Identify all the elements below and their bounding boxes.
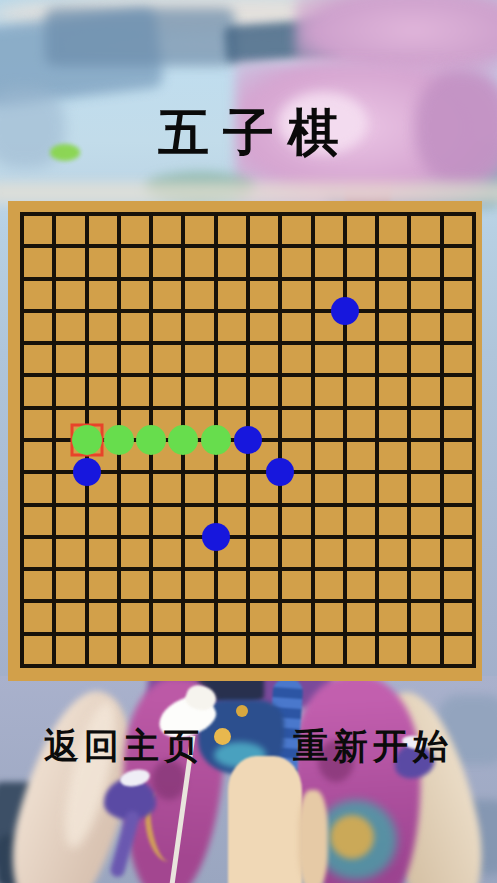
board-cell[interactable]: [121, 281, 149, 309]
board-cell[interactable]: [282, 248, 310, 276]
board-cell[interactable]: [282, 636, 310, 664]
board-cell[interactable]: [56, 571, 84, 599]
board-cell[interactable]: [411, 507, 439, 535]
board-cell[interactable]: [411, 571, 439, 599]
board-cell[interactable]: [411, 539, 439, 567]
board-cell[interactable]: [282, 281, 310, 309]
board-cell[interactable]: [315, 377, 343, 405]
board-cell[interactable]: [121, 474, 149, 502]
board-cell[interactable]: [379, 603, 407, 631]
board-cell[interactable]: [379, 442, 407, 470]
board-cell[interactable]: [153, 345, 181, 373]
board-cell[interactable]: [444, 248, 472, 276]
board-cell[interactable]: [250, 474, 278, 502]
board-cell[interactable]: [218, 442, 246, 470]
board-cell[interactable]: [250, 345, 278, 373]
board-cell[interactable]: [185, 313, 213, 341]
board-cell[interactable]: [89, 281, 117, 309]
board-cell[interactable]: [347, 410, 375, 438]
board-cell[interactable]: [24, 603, 52, 631]
board-cell[interactable]: [411, 345, 439, 373]
board-cell[interactable]: [24, 377, 52, 405]
board-cell[interactable]: [250, 313, 278, 341]
board-cell[interactable]: [282, 507, 310, 535]
board-cell[interactable]: [153, 281, 181, 309]
board-cell[interactable]: [315, 281, 343, 309]
board-cell[interactable]: [282, 474, 310, 502]
board-cell[interactable]: [250, 636, 278, 664]
board-cell[interactable]: [56, 281, 84, 309]
board-cell[interactable]: [411, 313, 439, 341]
board-cell[interactable]: [218, 313, 246, 341]
board-cell[interactable]: [282, 345, 310, 373]
board-cell[interactable]: [153, 216, 181, 244]
board-cell[interactable]: [24, 571, 52, 599]
board-cell[interactable]: [121, 539, 149, 567]
board-cell[interactable]: [315, 474, 343, 502]
board-cell[interactable]: [282, 603, 310, 631]
home-button[interactable]: 返回主页: [44, 726, 204, 766]
board-cell[interactable]: [153, 636, 181, 664]
board-cell[interactable]: [185, 281, 213, 309]
board-grid[interactable]: [20, 212, 476, 668]
board-cell[interactable]: [185, 474, 213, 502]
board-cell[interactable]: [379, 345, 407, 373]
board-cell[interactable]: [282, 539, 310, 567]
board-cell[interactable]: [315, 442, 343, 470]
board-cell[interactable]: [347, 507, 375, 535]
board-cell[interactable]: [315, 216, 343, 244]
board-cell[interactable]: [121, 313, 149, 341]
board-cell[interactable]: [444, 281, 472, 309]
board-cell[interactable]: [56, 313, 84, 341]
board-cell[interactable]: [444, 442, 472, 470]
board-cell[interactable]: [282, 571, 310, 599]
board-cell[interactable]: [153, 474, 181, 502]
board-cell[interactable]: [24, 345, 52, 373]
board-cell[interactable]: [185, 603, 213, 631]
board-cell[interactable]: [347, 248, 375, 276]
board-cell[interactable]: [89, 636, 117, 664]
board-cell[interactable]: [121, 377, 149, 405]
board-cell[interactable]: [24, 248, 52, 276]
board-cell[interactable]: [315, 571, 343, 599]
board-cell[interactable]: [444, 603, 472, 631]
board-cell[interactable]: [347, 281, 375, 309]
board-cell[interactable]: [250, 216, 278, 244]
board-cell[interactable]: [379, 539, 407, 567]
board-cell[interactable]: [89, 313, 117, 341]
board-cell[interactable]: [282, 377, 310, 405]
board-cell[interactable]: [185, 345, 213, 373]
board-cell[interactable]: [56, 603, 84, 631]
board-cell[interactable]: [218, 216, 246, 244]
board-cell[interactable]: [24, 281, 52, 309]
board-cell[interactable]: [89, 345, 117, 373]
board-cell[interactable]: [121, 603, 149, 631]
board-cell[interactable]: [185, 539, 213, 567]
board-cell[interactable]: [218, 410, 246, 438]
board-cell[interactable]: [121, 216, 149, 244]
board-cell[interactable]: [347, 636, 375, 664]
board-cell[interactable]: [315, 603, 343, 631]
board-cell[interactable]: [444, 474, 472, 502]
board-cell[interactable]: [218, 603, 246, 631]
board-cell[interactable]: [218, 474, 246, 502]
board-cell[interactable]: [121, 507, 149, 535]
board-cell[interactable]: [56, 507, 84, 535]
board-cell[interactable]: [411, 216, 439, 244]
board-cell[interactable]: [185, 507, 213, 535]
board-cell[interactable]: [444, 571, 472, 599]
gomoku-board[interactable]: [8, 201, 482, 681]
board-cell[interactable]: [24, 636, 52, 664]
board-cell[interactable]: [411, 603, 439, 631]
board-cell[interactable]: [89, 377, 117, 405]
board-cell[interactable]: [379, 571, 407, 599]
board-cell[interactable]: [56, 474, 84, 502]
board-cell[interactable]: [250, 603, 278, 631]
board-cell[interactable]: [379, 248, 407, 276]
board-cell[interactable]: [89, 603, 117, 631]
board-cell[interactable]: [347, 603, 375, 631]
board-cell[interactable]: [347, 442, 375, 470]
board-cell[interactable]: [218, 571, 246, 599]
board-cell[interactable]: [315, 636, 343, 664]
board-cell[interactable]: [250, 539, 278, 567]
board-cell[interactable]: [411, 474, 439, 502]
board-cell[interactable]: [347, 539, 375, 567]
restart-button[interactable]: 重新开始: [293, 726, 453, 766]
board-cell[interactable]: [89, 442, 117, 470]
board-cell[interactable]: [218, 248, 246, 276]
board-cell[interactable]: [185, 410, 213, 438]
board-cell[interactable]: [315, 345, 343, 373]
board-cell[interactable]: [153, 313, 181, 341]
board-cell[interactable]: [347, 474, 375, 502]
board-cell[interactable]: [153, 248, 181, 276]
board-cell[interactable]: [185, 377, 213, 405]
board-cell[interactable]: [89, 474, 117, 502]
board-cell[interactable]: [153, 442, 181, 470]
board-cell[interactable]: [411, 377, 439, 405]
board-cell[interactable]: [379, 377, 407, 405]
action-bar: 返回主页 重新开始: [0, 726, 497, 766]
board-cell[interactable]: [315, 539, 343, 567]
board-cell[interactable]: [282, 216, 310, 244]
board-cell[interactable]: [121, 248, 149, 276]
board-cell[interactable]: [218, 636, 246, 664]
board-cell[interactable]: [444, 216, 472, 244]
board-cell[interactable]: [185, 442, 213, 470]
board-cell[interactable]: [379, 313, 407, 341]
board-cell[interactable]: [89, 216, 117, 244]
board-cell[interactable]: [444, 636, 472, 664]
board-cell[interactable]: [250, 410, 278, 438]
board-cell[interactable]: [56, 442, 84, 470]
board-cell[interactable]: [282, 410, 310, 438]
board-cell[interactable]: [24, 474, 52, 502]
board-cell[interactable]: [153, 410, 181, 438]
board-cell[interactable]: [444, 507, 472, 535]
board-cell[interactable]: [56, 636, 84, 664]
board-cell[interactable]: [315, 313, 343, 341]
board-cell[interactable]: [347, 345, 375, 373]
board-cell[interactable]: [379, 410, 407, 438]
board-cell[interactable]: [315, 410, 343, 438]
board-cell[interactable]: [250, 248, 278, 276]
board-cell[interactable]: [347, 216, 375, 244]
board-cell[interactable]: [218, 345, 246, 373]
board-cell[interactable]: [153, 377, 181, 405]
board-cell[interactable]: [121, 442, 149, 470]
board-cell[interactable]: [411, 442, 439, 470]
board-cell[interactable]: [379, 474, 407, 502]
board-cell[interactable]: [56, 248, 84, 276]
board-cell[interactable]: [411, 636, 439, 664]
board-cell[interactable]: [379, 507, 407, 535]
board-cell[interactable]: [185, 248, 213, 276]
board-cell[interactable]: [153, 539, 181, 567]
board-cell[interactable]: [89, 571, 117, 599]
board-cell[interactable]: [24, 410, 52, 438]
board-cell[interactable]: [153, 507, 181, 535]
board-cell[interactable]: [411, 281, 439, 309]
board-cell[interactable]: [315, 507, 343, 535]
board-cell[interactable]: [153, 571, 181, 599]
board-cell[interactable]: [250, 507, 278, 535]
board-cell[interactable]: [379, 281, 407, 309]
board-cell[interactable]: [411, 248, 439, 276]
board-cell[interactable]: [250, 442, 278, 470]
board-cell[interactable]: [121, 345, 149, 373]
board-cell[interactable]: [89, 507, 117, 535]
board-cell[interactable]: [121, 410, 149, 438]
board-cell[interactable]: [24, 313, 52, 341]
board-cell[interactable]: [153, 603, 181, 631]
board-cell[interactable]: [444, 345, 472, 373]
board-cell[interactable]: [56, 345, 84, 373]
board-cell[interactable]: [347, 571, 375, 599]
board-cell[interactable]: [89, 410, 117, 438]
board-cell[interactable]: [56, 216, 84, 244]
board-cell[interactable]: [282, 442, 310, 470]
board-cell[interactable]: [218, 281, 246, 309]
board-cell[interactable]: [24, 539, 52, 567]
board-cell[interactable]: [347, 377, 375, 405]
board-cell[interactable]: [121, 636, 149, 664]
board-cell[interactable]: [379, 636, 407, 664]
game-title: 五子棋: [0, 99, 497, 168]
board-cell[interactable]: [89, 248, 117, 276]
board-cell[interactable]: [444, 377, 472, 405]
board-cell[interactable]: [56, 377, 84, 405]
board-cell[interactable]: [56, 410, 84, 438]
board-cell[interactable]: [218, 539, 246, 567]
board-cell[interactable]: [218, 507, 246, 535]
board-cell[interactable]: [282, 313, 310, 341]
board-cell[interactable]: [250, 571, 278, 599]
board-cell[interactable]: [24, 216, 52, 244]
board-cell[interactable]: [121, 571, 149, 599]
board-cell[interactable]: [411, 410, 439, 438]
board-cell[interactable]: [24, 507, 52, 535]
board-cell[interactable]: [24, 442, 52, 470]
board-cell[interactable]: [379, 216, 407, 244]
board-cell[interactable]: [347, 313, 375, 341]
board-cell[interactable]: [218, 377, 246, 405]
board-cell[interactable]: [250, 377, 278, 405]
board-cell[interactable]: [185, 571, 213, 599]
board-cell[interactable]: [56, 539, 84, 567]
board-cell[interactable]: [89, 539, 117, 567]
board-cell[interactable]: [444, 313, 472, 341]
board-cell[interactable]: [315, 248, 343, 276]
board-cell[interactable]: [185, 216, 213, 244]
board-cell[interactable]: [444, 539, 472, 567]
board-cell[interactable]: [250, 281, 278, 309]
gomoku-app: 五子棋 返回主页 重新开始: [0, 0, 497, 883]
board-cell[interactable]: [444, 410, 472, 438]
board-cell[interactable]: [185, 636, 213, 664]
